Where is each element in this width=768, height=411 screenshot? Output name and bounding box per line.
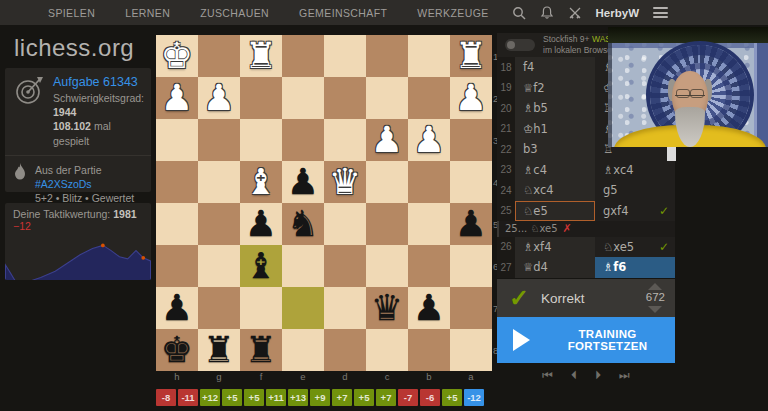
rating-value: 1981 (113, 208, 136, 220)
puzzle-result--8[interactable]: -8 (156, 389, 176, 406)
black-move-23[interactable]: ♗xc4 (595, 160, 675, 181)
move-number: 23 (497, 160, 515, 181)
move-row-25: 25♘e5gxf4✓ (497, 201, 675, 222)
move-row-26: 26♗xf4♘xe5✓ (497, 237, 675, 258)
square-h4[interactable] (156, 161, 198, 203)
white-pawn-b3[interactable]: ♟ (408, 119, 450, 161)
blitz-flame-icon (13, 163, 27, 183)
move-number: 22 (497, 139, 515, 160)
square-h5[interactable] (156, 203, 198, 245)
rating-label: Deine Taktikwertung: (13, 208, 110, 220)
move-number: 24 (497, 180, 515, 201)
square-d7[interactable] (324, 287, 366, 329)
person-glasses (675, 89, 705, 96)
puzzle-history-bar: -8-11+12+5+5+11+13+9+7+5+7-7-6+5-12 (156, 389, 484, 406)
puzzle-result--11[interactable]: -11 (178, 389, 198, 406)
square-c3[interactable]: ♟ (366, 119, 408, 161)
square-g4[interactable] (198, 161, 240, 203)
feedback-status: Korrekt (541, 291, 646, 306)
white-king-h1[interactable]: ♚ (156, 35, 198, 77)
square-a2[interactable]: ♟ (450, 77, 492, 119)
white-pawn-c3[interactable]: ♟ (366, 119, 408, 161)
square-g2[interactable]: ♟ (198, 77, 240, 119)
playback-controls: ⏮ ⏴ ⏵ ⏭ (497, 368, 675, 382)
square-f4[interactable]: ♝ (240, 161, 282, 203)
white-move-25[interactable]: ♘e5 (515, 201, 595, 222)
white-move-22[interactable]: b3 (515, 139, 595, 160)
square-h6[interactable] (156, 245, 198, 287)
square-e5[interactable]: ♞ (282, 203, 324, 245)
black-move-24[interactable]: g5 (595, 180, 675, 201)
white-pawn-a2[interactable]: ♟ (450, 77, 492, 119)
challenge-swords-icon[interactable] (568, 6, 582, 20)
nav-link-werkzeuge[interactable]: WERKZEUGE (417, 7, 488, 19)
rating-delta: −12 (13, 220, 31, 232)
square-g3[interactable] (198, 119, 240, 161)
file-label-h: h (156, 371, 198, 382)
upvote-icon[interactable] (648, 283, 662, 290)
plays-count: 108.102 (53, 120, 91, 132)
white-move-19[interactable]: ♕f2 (515, 78, 595, 99)
prev-move-button[interactable]: ⏴ (571, 368, 577, 382)
square-d4[interactable]: ♛ (324, 161, 366, 203)
webcam-left-edge (608, 43, 612, 147)
square-h1[interactable]: ♚ (156, 35, 198, 77)
lichess-logo[interactable]: lichess.org (14, 34, 134, 62)
square-c4[interactable] (366, 161, 408, 203)
white-bishop-f4[interactable]: ♝ (240, 161, 282, 203)
nav-link-gemeinschaft[interactable]: GEMEINSCHAFT (299, 7, 387, 19)
square-e7[interactable] (282, 287, 324, 329)
file-label-e: e (282, 371, 324, 382)
square-g8[interactable]: ♜ (198, 329, 240, 371)
square-c5[interactable] (366, 203, 408, 245)
square-h8[interactable]: ♚ (156, 329, 198, 371)
next-move-button[interactable]: ⏵ (595, 368, 601, 382)
puzzle-result-+12[interactable]: +12 (200, 389, 220, 406)
puzzle-result-+5[interactable]: +5 (442, 389, 462, 406)
file-labels: hgfedcba (156, 371, 492, 383)
black-move-25[interactable]: gxf4✓ (595, 201, 675, 222)
square-e2[interactable] (282, 77, 324, 119)
variation-row[interactable]: 25... ♘xe5✗ (497, 221, 675, 237)
file-label-a: a (450, 371, 492, 382)
square-a1[interactable]: ♜ (450, 35, 492, 77)
move-number: 27 (497, 257, 515, 278)
white-pawn-h2[interactable]: ♟ (156, 77, 198, 119)
square-d6[interactable] (324, 245, 366, 287)
chess-board: ♚♜♜♟♟♟♟♟♝♟♛♟♞♟♝♟♛♟♚♜♜ (156, 35, 492, 371)
notifications-bell-icon[interactable] (540, 6, 554, 20)
puzzle-result-+9[interactable]: +9 (310, 389, 330, 406)
nav-link-zuschauen[interactable]: ZUSCHAUEN (200, 7, 269, 19)
last-move-button[interactable]: ⏭ (619, 368, 630, 382)
square-b3[interactable]: ♟ (408, 119, 450, 161)
square-e4[interactable]: ♟ (282, 161, 324, 203)
white-move-27[interactable]: ♕d4 (515, 257, 595, 278)
engine-toggle[interactable] (505, 39, 535, 51)
square-b5[interactable] (408, 203, 450, 245)
puzzle-result-+13[interactable]: +13 (288, 389, 308, 406)
nav-links: SPIELENLERNENZUSCHAUENGEMEINSCHAFTWERKZE… (48, 7, 489, 19)
square-b7[interactable]: ♟ (408, 287, 450, 329)
first-move-button[interactable]: ⏮ (542, 368, 553, 382)
lichess-puzzle-page: SPIELENLERNENZUSCHAUENGEMEINSCHAFTWERKZE… (0, 0, 768, 411)
nav-link-lernen[interactable]: LERNEN (125, 7, 170, 19)
square-c1[interactable] (366, 35, 408, 77)
target-dart-icon (13, 75, 45, 109)
puzzle-result-+7[interactable]: +7 (332, 389, 352, 406)
square-h3[interactable] (156, 119, 198, 161)
puzzle-result--7[interactable]: -7 (398, 389, 418, 406)
puzzle-info-box: Aufgabe 61343 Schwierigkeitsgrad: 1944 1… (5, 68, 151, 192)
white-pawn-g2[interactable]: ♟ (198, 77, 240, 119)
white-move-23[interactable]: ♗c4 (515, 160, 595, 181)
black-pawn-b7[interactable]: ♟ (408, 287, 450, 329)
square-g7[interactable] (198, 287, 240, 329)
square-f7[interactable] (240, 287, 282, 329)
square-f6[interactable]: ♝ (240, 245, 282, 287)
source-game-link[interactable]: #A2XSzoDs (35, 178, 92, 190)
black-pawn-e4[interactable]: ♟ (282, 161, 324, 203)
webcam-dark-top (608, 27, 768, 43)
tactics-rating-box: Deine Taktikwertung: 1981 −12 (5, 203, 151, 280)
square-e8[interactable] (282, 329, 324, 371)
white-rook-a1[interactable]: ♜ (450, 35, 492, 77)
difficulty-label: Schwierigkeitsgrad: (53, 92, 144, 104)
black-pawn-h7[interactable]: ♟ (156, 287, 198, 329)
move-number: 19 (497, 78, 515, 99)
puzzle-result-+7[interactable]: +7 (376, 389, 396, 406)
square-a7[interactable] (450, 287, 492, 329)
difficulty-value: 1944 (53, 106, 76, 118)
puzzle-result-+5[interactable]: +5 (222, 389, 242, 406)
continue-label: TRAINING FORTSETZEN (540, 328, 675, 352)
square-a6[interactable] (450, 245, 492, 287)
square-g5[interactable] (198, 203, 240, 245)
white-queen-d4[interactable]: ♛ (324, 161, 366, 203)
nav-link-spielen[interactable]: SPIELEN (48, 7, 95, 19)
tapestry-right-border (754, 43, 768, 147)
square-c2[interactable] (366, 77, 408, 119)
square-d2[interactable] (324, 77, 366, 119)
move-number: 25 (497, 201, 515, 222)
white-rook-f1[interactable]: ♜ (240, 35, 282, 77)
black-pawn-a5[interactable]: ♟ (450, 203, 492, 245)
webcam-overlay (608, 27, 768, 147)
move-row-23: 23♗c4♗xc4 (497, 160, 675, 181)
black-rook-g8[interactable]: ♜ (198, 329, 240, 371)
puzzle-result-+11[interactable]: +11 (266, 389, 286, 406)
file-label-b: b (408, 371, 450, 382)
downvote-icon[interactable] (648, 306, 662, 313)
black-king-h8[interactable]: ♚ (156, 329, 198, 371)
move-row-27: 27♕d4♗f6 (497, 257, 675, 278)
square-f3[interactable] (240, 119, 282, 161)
square-e1[interactable] (282, 35, 324, 77)
puzzle-title-link[interactable]: Aufgabe 61343 (53, 75, 144, 89)
square-h2[interactable]: ♟ (156, 77, 198, 119)
puzzle-result-+5[interactable]: +5 (244, 389, 264, 406)
black-queen-c7[interactable]: ♛ (366, 287, 408, 329)
square-f2[interactable] (240, 77, 282, 119)
white-move-18[interactable]: f4 (515, 57, 595, 78)
black-knight-e5[interactable]: ♞ (282, 203, 324, 245)
square-a8[interactable] (450, 329, 492, 371)
username[interactable]: HerbyW (596, 7, 639, 19)
square-c8[interactable] (366, 329, 408, 371)
black-bishop-f6[interactable]: ♝ (240, 245, 282, 287)
file-label-c: c (366, 371, 408, 382)
move-row-24: 24♘xc4g5 (497, 180, 675, 201)
correct-check-icon: ✓ (509, 284, 529, 312)
puzzle-result-+5[interactable]: +5 (354, 389, 374, 406)
move-number: 21 (497, 119, 515, 140)
file-label-g: g (198, 371, 240, 382)
square-g1[interactable] (198, 35, 240, 77)
black-rook-f8[interactable]: ♜ (240, 329, 282, 371)
move-number: 18 (497, 57, 515, 78)
square-e3[interactable] (282, 119, 324, 161)
square-b1[interactable] (408, 35, 450, 77)
black-move-27[interactable]: ♗f6 (595, 257, 675, 278)
source-prefix: Aus der Partie (35, 164, 102, 176)
puzzle-section: Aufgabe 61343 Schwierigkeitsgrad: 1944 1… (5, 68, 151, 155)
hamburger-menu-icon[interactable] (653, 7, 668, 18)
square-g6[interactable] (198, 245, 240, 287)
continue-training-button[interactable]: TRAINING FORTSETZEN (497, 317, 675, 363)
file-label-d: d (324, 371, 366, 382)
square-c6[interactable] (366, 245, 408, 287)
square-f8[interactable]: ♜ (240, 329, 282, 371)
top-nav: SPIELENLERNENZUSCHAUENGEMEINSCHAFTWERKZE… (0, 0, 768, 25)
puzzle-result--12[interactable]: -12 (464, 389, 484, 406)
search-icon[interactable] (512, 6, 526, 20)
feedback-panel: ✓ Korrekt 672 (497, 279, 675, 317)
move-number: 26 (497, 237, 515, 258)
square-h7[interactable]: ♟ (156, 287, 198, 329)
black-pawn-f5[interactable]: ♟ (240, 203, 282, 245)
square-d3[interactable] (324, 119, 366, 161)
file-label-f: f (240, 371, 282, 382)
vote-count: 672 (646, 292, 665, 304)
square-b2[interactable] (408, 77, 450, 119)
square-d8[interactable] (324, 329, 366, 371)
square-b6[interactable] (408, 245, 450, 287)
square-e6[interactable] (282, 245, 324, 287)
move-number: 20 (497, 98, 515, 119)
play-icon (513, 329, 530, 351)
white-move-20[interactable]: ♗b5 (515, 98, 595, 119)
black-move-26[interactable]: ♘xe5✓ (595, 237, 675, 258)
white-move-26[interactable]: ♗xf4 (515, 237, 595, 258)
square-a3[interactable] (450, 119, 492, 161)
square-f1[interactable]: ♜ (240, 35, 282, 77)
white-move-24[interactable]: ♘xc4 (515, 180, 595, 201)
square-f5[interactable]: ♟ (240, 203, 282, 245)
overlay-handle (667, 147, 676, 161)
engine-location: im lokalen Browser (543, 45, 618, 56)
square-a5[interactable]: ♟ (450, 203, 492, 245)
square-c7[interactable]: ♛ (366, 287, 408, 329)
square-a4[interactable] (450, 161, 492, 203)
square-b8[interactable] (408, 329, 450, 371)
engine-name: Stockfish 9+ (543, 34, 590, 44)
white-move-21[interactable]: ♔h1 (515, 119, 595, 140)
square-b4[interactable] (408, 161, 450, 203)
puzzle-result--6[interactable]: -6 (420, 389, 440, 406)
square-d1[interactable] (324, 35, 366, 77)
square-d5[interactable] (324, 203, 366, 245)
rating-graph (5, 234, 151, 280)
